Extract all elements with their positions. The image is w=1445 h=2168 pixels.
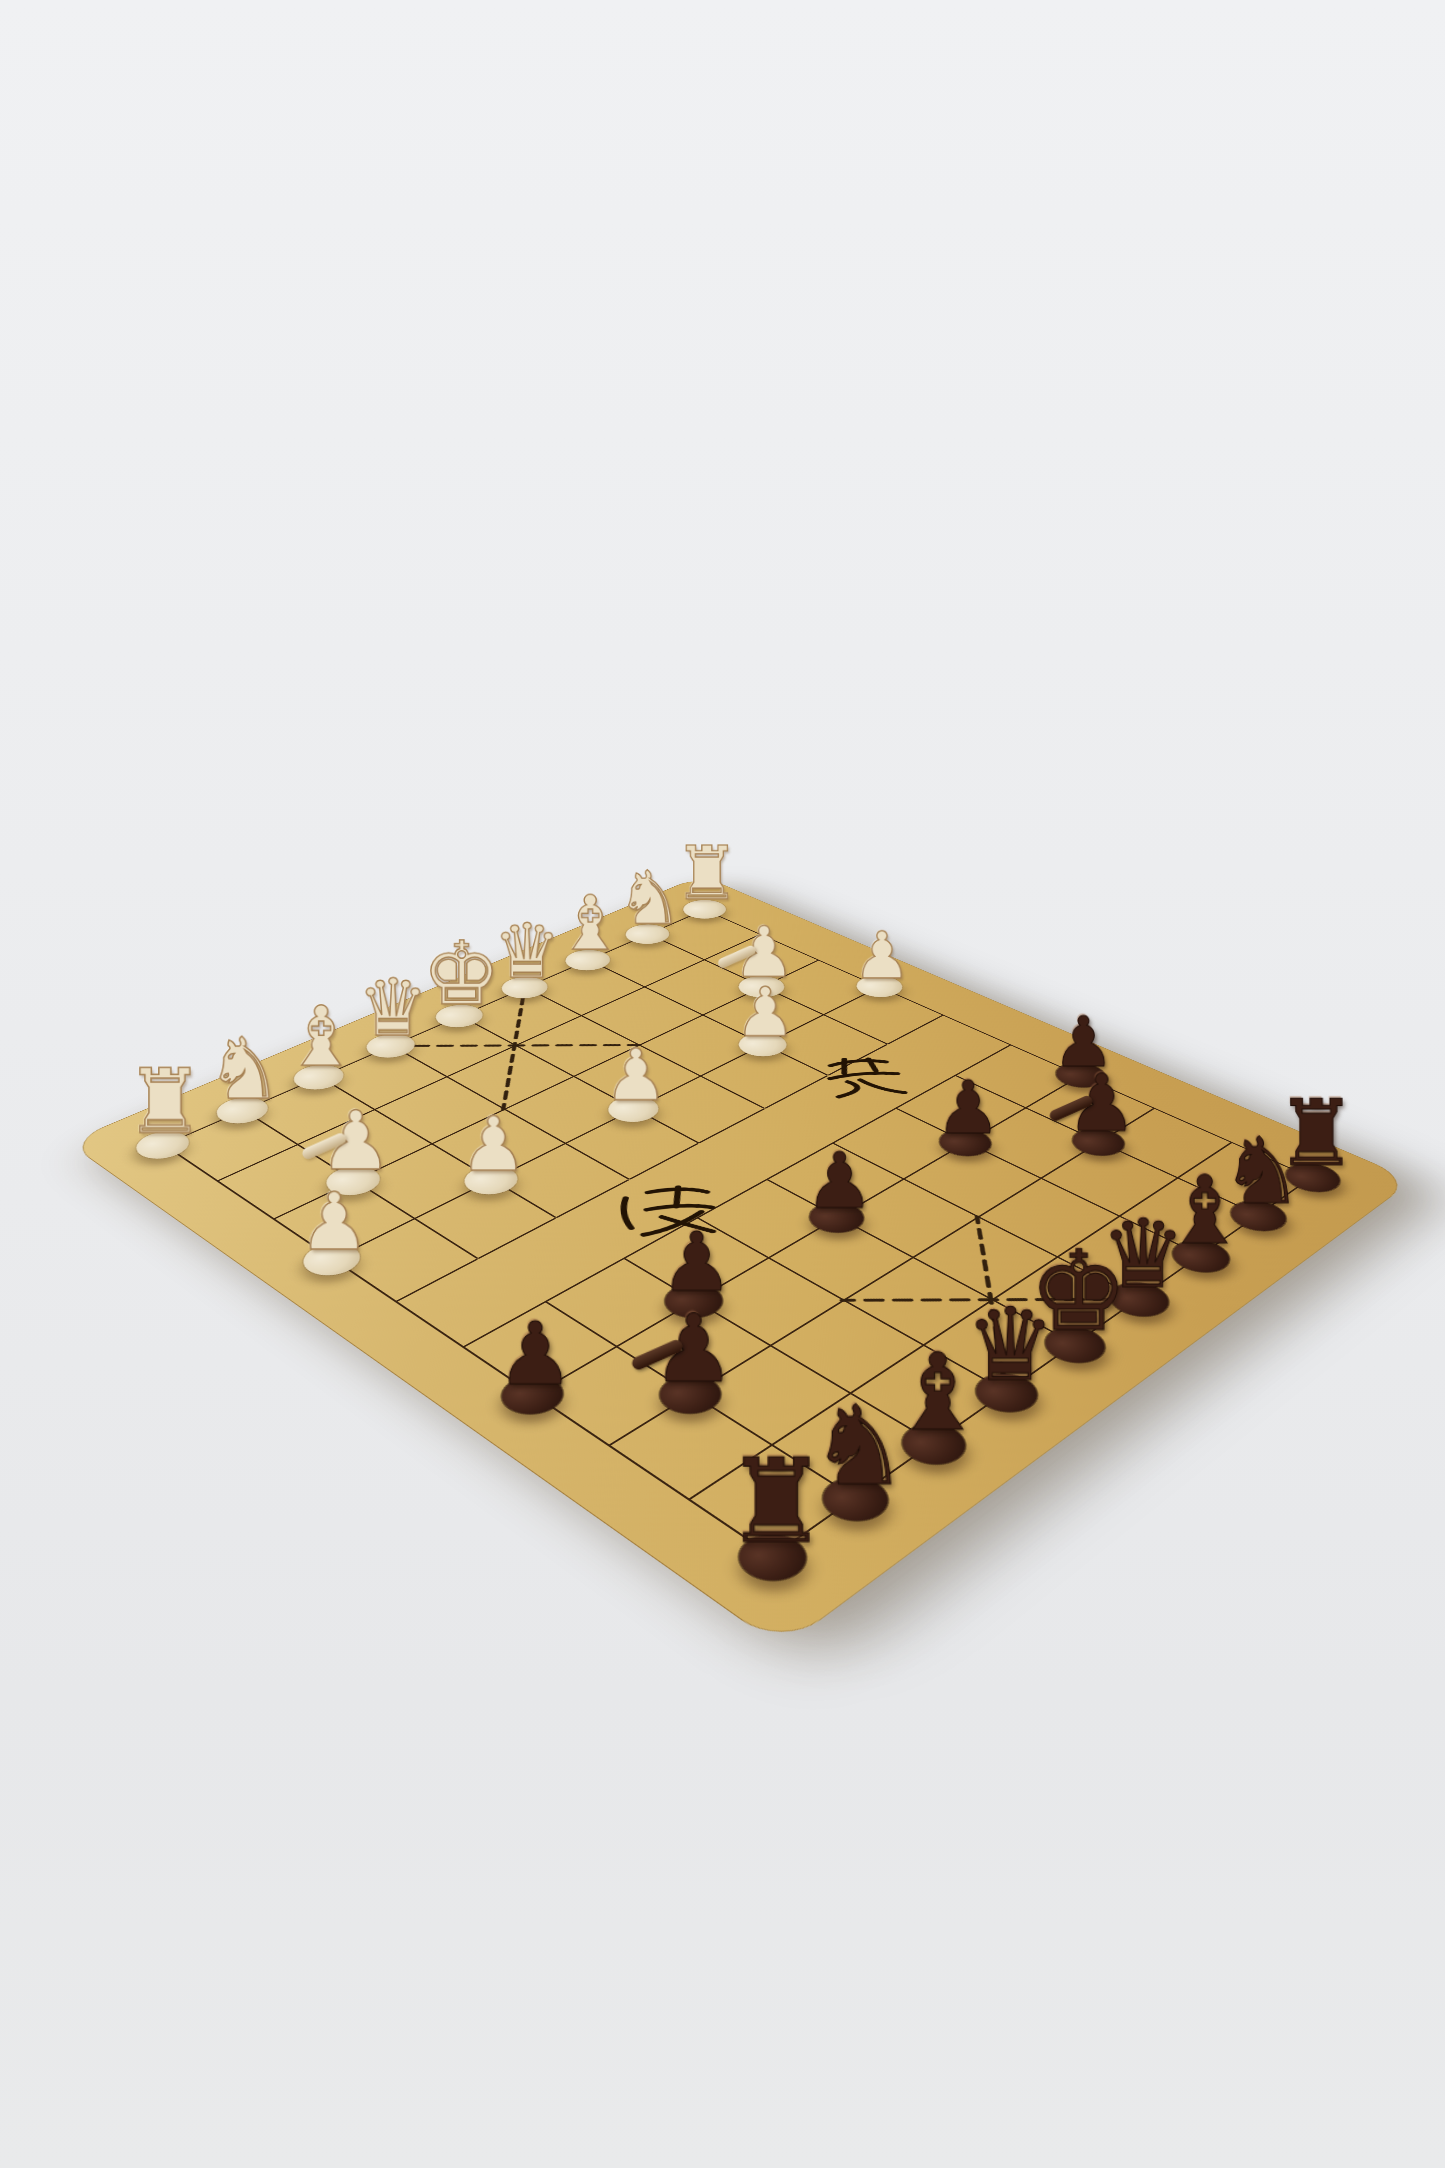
soldier-glyph: ♟	[619, 1221, 773, 1303]
xiangqi-board-mat: ♜♞♝♛♚♛♝♞♜♟♟♟♟♟♟♟♟♟♟♟♟♟♟♜♞♝♛♚♛♝♞♜	[67, 875, 1414, 1649]
dark-soldier-figurine: ♟	[899, 1071, 1037, 1144]
ivory-soldier-figurine: ♟	[821, 923, 943, 988]
dark-cannon-figurine: ♟	[1032, 1064, 1170, 1143]
dark-soldier-figurine: ♟	[453, 1310, 617, 1397]
ivory-cannon-figurine: ♟	[285, 1101, 427, 1182]
ivory-soldier-figurine: ♟	[422, 1107, 564, 1182]
soldier-glyph: ♟	[422, 1107, 564, 1182]
soldier-glyph: ♟	[766, 1142, 912, 1219]
dark-chariot-figurine: ♜	[686, 1444, 866, 1560]
scene-3d: ♜♞♝♛♚♛♝♞♜♟♟♟♟♟♟♟♟♟♟♟♟♟♟♜♞♝♛♚♛♝♞♜	[0, 0, 1445, 2168]
soldier-glyph: ♟	[259, 1182, 409, 1261]
soldier-glyph: ♟	[569, 1039, 704, 1110]
cannon-glyph: ♟	[1032, 1064, 1170, 1143]
soldier-glyph: ♟	[899, 1071, 1037, 1144]
dark-soldier-figurine: ♟	[766, 1142, 912, 1219]
chariot-glyph: ♜	[686, 1444, 866, 1560]
soldier-glyph: ♟	[453, 1310, 617, 1397]
soldier-glyph: ♟	[701, 978, 829, 1046]
dark-soldier-figurine: ♟	[619, 1221, 773, 1303]
product-photo-scene: ♜♞♝♛♚♛♝♞♜♟♟♟♟♟♟♟♟♟♟♟♟♟♟♜♞♝♛♚♛♝♞♜	[0, 0, 1445, 2168]
dark-cannon-figurine: ♟	[612, 1302, 776, 1396]
cannon-glyph: ♟	[612, 1302, 776, 1396]
ivory-soldier-figurine: ♟	[259, 1182, 409, 1261]
soldier-glyph: ♟	[821, 923, 943, 988]
chariot-glyph: ♜	[96, 1057, 235, 1146]
cannon-glyph: ♟	[285, 1101, 427, 1182]
ivory-soldier-figurine: ♟	[569, 1039, 704, 1110]
ivory-soldier-figurine: ♟	[701, 978, 829, 1046]
ivory-chariot-figurine: ♜	[96, 1057, 235, 1146]
